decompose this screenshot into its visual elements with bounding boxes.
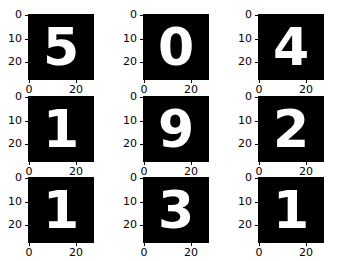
y-tick-mark <box>140 144 143 145</box>
digit-image: 3 <box>143 177 209 243</box>
y-tick-label: 20 <box>234 56 252 68</box>
x-tick-mark <box>76 243 77 246</box>
x-tick-mark <box>306 243 307 246</box>
y-tick-mark <box>255 225 258 226</box>
y-tick-mark <box>255 144 258 145</box>
y-tick-mark <box>140 97 143 98</box>
y-tick-mark <box>255 62 258 63</box>
x-tick-mark <box>306 162 307 165</box>
y-tick-label: 0 <box>4 9 22 21</box>
digit-image: 9 <box>143 96 209 162</box>
digit-image: 4 <box>258 14 324 80</box>
y-tick-label: 20 <box>119 56 137 68</box>
y-tick-label: 10 <box>119 115 137 127</box>
x-tick-label: 0 <box>250 84 268 96</box>
y-tick-mark <box>25 97 28 98</box>
y-tick-mark <box>140 178 143 179</box>
y-tick-mark <box>255 121 258 122</box>
x-tick-mark <box>76 80 77 83</box>
digit-glyph: 1 <box>273 184 309 236</box>
x-tick-label: 20 <box>297 247 315 259</box>
y-tick-mark <box>25 62 28 63</box>
y-tick-label: 20 <box>119 138 137 150</box>
y-tick-mark <box>25 121 28 122</box>
x-tick-label: 0 <box>20 247 38 259</box>
x-tick-mark <box>29 80 30 83</box>
x-tick-mark <box>259 162 260 165</box>
x-tick-mark <box>259 243 260 246</box>
y-tick-label: 10 <box>4 115 22 127</box>
y-tick-label: 20 <box>119 219 137 231</box>
digit-glyph: 0 <box>158 21 194 73</box>
x-tick-mark <box>29 243 30 246</box>
y-tick-label: 0 <box>234 91 252 103</box>
y-tick-mark <box>25 178 28 179</box>
y-tick-mark <box>140 39 143 40</box>
y-tick-mark <box>140 121 143 122</box>
y-tick-label: 20 <box>4 138 22 150</box>
digit-image: 5 <box>28 14 94 80</box>
y-tick-label: 20 <box>234 219 252 231</box>
y-tick-label: 10 <box>234 115 252 127</box>
x-tick-mark <box>29 162 30 165</box>
y-tick-mark <box>25 15 28 16</box>
x-tick-mark <box>191 80 192 83</box>
x-tick-label: 0 <box>135 247 153 259</box>
y-tick-mark <box>25 202 28 203</box>
digit-image: 1 <box>28 96 94 162</box>
x-tick-label: 20 <box>182 247 200 259</box>
y-tick-label: 0 <box>234 9 252 21</box>
x-tick-label: 0 <box>250 247 268 259</box>
y-tick-mark <box>25 39 28 40</box>
y-tick-mark <box>255 202 258 203</box>
y-tick-label: 0 <box>119 91 137 103</box>
digit-image: 1 <box>258 177 324 243</box>
x-tick-mark <box>191 162 192 165</box>
y-tick-mark <box>140 202 143 203</box>
x-tick-label: 20 <box>67 247 85 259</box>
y-tick-label: 10 <box>4 33 22 45</box>
y-tick-label: 10 <box>119 33 137 45</box>
digit-glyph: 2 <box>273 103 309 155</box>
digit-glyph: 3 <box>158 184 194 236</box>
y-tick-label: 10 <box>234 33 252 45</box>
y-tick-mark <box>25 144 28 145</box>
x-tick-label: 0 <box>135 84 153 96</box>
y-tick-label: 20 <box>234 138 252 150</box>
y-tick-mark <box>140 62 143 63</box>
digit-image: 1 <box>28 177 94 243</box>
x-tick-label: 20 <box>182 84 200 96</box>
digit-glyph: 5 <box>43 21 79 73</box>
y-tick-mark <box>140 225 143 226</box>
mnist-figure: 5 01020020 0 01020020 4 01020020 1 01020… <box>0 0 350 261</box>
y-tick-label: 0 <box>4 91 22 103</box>
x-tick-label: 20 <box>67 84 85 96</box>
y-tick-label: 20 <box>4 219 22 231</box>
y-tick-label: 0 <box>119 9 137 21</box>
x-tick-label: 0 <box>20 84 38 96</box>
y-tick-mark <box>255 15 258 16</box>
x-tick-mark <box>144 243 145 246</box>
y-tick-label: 0 <box>119 172 137 184</box>
y-tick-label: 0 <box>234 172 252 184</box>
x-tick-label: 20 <box>297 84 315 96</box>
x-tick-mark <box>144 162 145 165</box>
digit-glyph: 1 <box>43 103 79 155</box>
x-tick-mark <box>306 80 307 83</box>
y-tick-label: 10 <box>119 196 137 208</box>
x-tick-mark <box>259 80 260 83</box>
y-tick-label: 20 <box>4 56 22 68</box>
y-tick-label: 10 <box>234 196 252 208</box>
digit-image: 0 <box>143 14 209 80</box>
digit-image: 2 <box>258 96 324 162</box>
x-tick-mark <box>144 80 145 83</box>
x-tick-mark <box>191 243 192 246</box>
y-tick-mark <box>25 225 28 226</box>
y-tick-mark <box>255 39 258 40</box>
x-tick-mark <box>76 162 77 165</box>
y-tick-mark <box>140 15 143 16</box>
y-tick-mark <box>255 178 258 179</box>
y-tick-label: 0 <box>4 172 22 184</box>
y-tick-mark <box>255 97 258 98</box>
digit-glyph: 1 <box>43 184 79 236</box>
digit-glyph: 4 <box>273 21 309 73</box>
y-tick-label: 10 <box>4 196 22 208</box>
digit-glyph: 9 <box>158 103 194 155</box>
